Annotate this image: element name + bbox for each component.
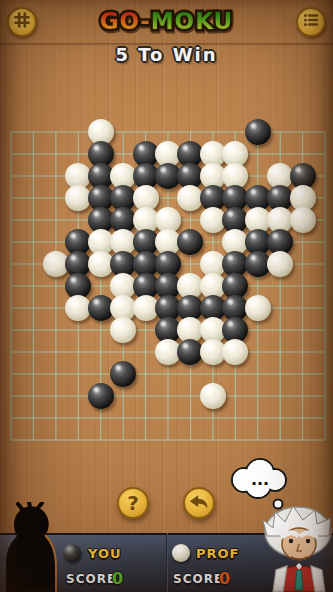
board-cell[interactable] xyxy=(22,209,44,231)
board-cell[interactable] xyxy=(0,165,22,187)
board-cell[interactable] xyxy=(179,407,201,429)
board-cell[interactable] xyxy=(112,209,134,231)
board-cell[interactable] xyxy=(179,209,201,231)
board-cell[interactable] xyxy=(202,341,224,363)
board-cell[interactable] xyxy=(45,275,67,297)
board-cell[interactable] xyxy=(112,253,134,275)
white-stone xyxy=(290,207,316,233)
board-cell[interactable] xyxy=(314,319,333,341)
board-cell[interactable] xyxy=(246,121,268,143)
board-cell[interactable] xyxy=(90,121,112,143)
player-left-score-label: SCORE xyxy=(66,572,116,586)
board-cell[interactable] xyxy=(202,121,224,143)
board-cell[interactable] xyxy=(269,275,291,297)
board-cell[interactable] xyxy=(179,253,201,275)
board-cell[interactable] xyxy=(22,143,44,165)
board-cell[interactable] xyxy=(224,341,246,363)
board-cell[interactable] xyxy=(22,407,44,429)
board-cell[interactable] xyxy=(269,121,291,143)
board-cell[interactable] xyxy=(90,253,112,275)
board-cell[interactable] xyxy=(224,231,246,253)
board-cell[interactable] xyxy=(112,275,134,297)
board-cell[interactable] xyxy=(22,319,44,341)
board-cell[interactable] xyxy=(246,143,268,165)
board-cell[interactable] xyxy=(22,165,44,187)
white-stone xyxy=(245,295,271,321)
board-cell[interactable] xyxy=(179,165,201,187)
board-cell[interactable] xyxy=(202,297,224,319)
board-cell[interactable] xyxy=(291,187,313,209)
board-cell[interactable] xyxy=(291,121,313,143)
black-stone xyxy=(88,383,114,409)
board-cell[interactable] xyxy=(246,209,268,231)
board-cell[interactable] xyxy=(45,121,67,143)
board-cell[interactable] xyxy=(157,297,179,319)
board-cell[interactable] xyxy=(246,319,268,341)
win-condition-label: 5 To Win xyxy=(0,44,333,65)
board-grid xyxy=(0,121,333,451)
board-cell[interactable] xyxy=(291,407,313,429)
board-cell[interactable] xyxy=(314,253,333,275)
board-cell[interactable] xyxy=(0,407,22,429)
white-stone xyxy=(267,251,293,277)
board-cell[interactable] xyxy=(224,319,246,341)
board-cell[interactable] xyxy=(291,319,313,341)
board-cell[interactable] xyxy=(157,429,179,451)
board-cell[interactable] xyxy=(224,187,246,209)
board-cell[interactable] xyxy=(269,297,291,319)
board-cell[interactable] xyxy=(22,253,44,275)
board-cell[interactable] xyxy=(246,429,268,451)
board-cell[interactable] xyxy=(0,231,22,253)
board-cell[interactable] xyxy=(90,341,112,363)
board-cell[interactable] xyxy=(22,385,44,407)
board-cell[interactable] xyxy=(246,341,268,363)
board-cell[interactable] xyxy=(90,165,112,187)
board-cell[interactable] xyxy=(202,429,224,451)
board-cell[interactable] xyxy=(157,319,179,341)
board-cell[interactable] xyxy=(45,297,67,319)
player-black-stone-icon xyxy=(63,544,81,562)
undo-arrow-icon xyxy=(189,491,209,515)
board-cell[interactable] xyxy=(269,143,291,165)
player-right-score-label: SCORE xyxy=(173,572,223,586)
board-cell[interactable] xyxy=(45,363,67,385)
board-cell[interactable] xyxy=(157,363,179,385)
board-cell[interactable] xyxy=(291,253,313,275)
black-stone xyxy=(177,229,203,255)
board-cell[interactable] xyxy=(67,275,89,297)
board-cell[interactable] xyxy=(269,363,291,385)
board-cell[interactable] xyxy=(112,187,134,209)
board-cell[interactable] xyxy=(67,187,89,209)
board-cell[interactable] xyxy=(90,407,112,429)
board-cell[interactable] xyxy=(291,297,313,319)
player-left-name: YOU xyxy=(88,546,122,561)
board-cell[interactable] xyxy=(291,429,313,451)
board-cell[interactable] xyxy=(224,385,246,407)
board-cell[interactable] xyxy=(269,429,291,451)
board-cell[interactable] xyxy=(157,385,179,407)
board-cell[interactable] xyxy=(0,297,22,319)
board-cell[interactable] xyxy=(269,341,291,363)
board-cell[interactable] xyxy=(269,187,291,209)
board-cell[interactable] xyxy=(67,341,89,363)
board-cell[interactable] xyxy=(202,231,224,253)
board-cell[interactable] xyxy=(157,209,179,231)
board-cell[interactable] xyxy=(0,363,22,385)
board-cell[interactable] xyxy=(291,209,313,231)
board-cell[interactable] xyxy=(67,429,89,451)
board-cell[interactable] xyxy=(246,275,268,297)
board-cell[interactable] xyxy=(67,297,89,319)
board-cell[interactable] xyxy=(134,165,156,187)
board-cell[interactable] xyxy=(291,231,313,253)
board-cell[interactable] xyxy=(291,275,313,297)
board-cell[interactable] xyxy=(112,363,134,385)
board-cell[interactable] xyxy=(0,121,22,143)
board-cell[interactable] xyxy=(314,143,333,165)
board-cell[interactable] xyxy=(134,143,156,165)
white-stone xyxy=(222,339,248,365)
board-cell[interactable] xyxy=(246,407,268,429)
board-cell[interactable] xyxy=(112,407,134,429)
board-cell[interactable] xyxy=(90,363,112,385)
board-cell[interactable] xyxy=(67,253,89,275)
board-cell[interactable] xyxy=(90,143,112,165)
board-cell[interactable] xyxy=(202,319,224,341)
board-cell[interactable] xyxy=(45,165,67,187)
board-cell[interactable] xyxy=(45,209,67,231)
board-cell[interactable] xyxy=(112,319,134,341)
board-cell[interactable] xyxy=(269,165,291,187)
board-cell[interactable] xyxy=(179,143,201,165)
board-cell[interactable] xyxy=(67,209,89,231)
board-cell[interactable] xyxy=(45,187,67,209)
board-cell[interactable] xyxy=(0,385,22,407)
board-cell[interactable] xyxy=(314,407,333,429)
board-cell[interactable] xyxy=(314,297,333,319)
board-cell[interactable] xyxy=(314,209,333,231)
board-cell[interactable] xyxy=(202,385,224,407)
board-cell[interactable] xyxy=(0,143,22,165)
board-cell[interactable] xyxy=(224,165,246,187)
board-cell[interactable] xyxy=(202,187,224,209)
board-cell[interactable] xyxy=(224,363,246,385)
board-cell[interactable] xyxy=(22,187,44,209)
board-cell[interactable] xyxy=(246,363,268,385)
board-cell[interactable] xyxy=(202,143,224,165)
board-cell[interactable] xyxy=(134,385,156,407)
white-stone xyxy=(200,383,226,409)
board-cell[interactable] xyxy=(22,363,44,385)
board-cell[interactable] xyxy=(224,275,246,297)
board-cell[interactable] xyxy=(112,297,134,319)
board-cell[interactable] xyxy=(179,231,201,253)
player-left-score-value: 0 xyxy=(112,569,123,588)
board-cell[interactable] xyxy=(314,275,333,297)
board-cell[interactable] xyxy=(246,165,268,187)
board-cell[interactable] xyxy=(67,319,89,341)
board-cell[interactable] xyxy=(314,121,333,143)
board-cell[interactable] xyxy=(67,143,89,165)
board-cell[interactable] xyxy=(45,407,67,429)
board-cell[interactable] xyxy=(179,121,201,143)
board-cell[interactable] xyxy=(90,297,112,319)
board-cell[interactable] xyxy=(45,231,67,253)
board-cell[interactable] xyxy=(22,297,44,319)
board-cell[interactable] xyxy=(314,363,333,385)
board-cell[interactable] xyxy=(134,407,156,429)
question-icon: ? xyxy=(127,491,139,515)
board-cell[interactable] xyxy=(0,209,22,231)
board-cell[interactable] xyxy=(157,121,179,143)
board-cell[interactable] xyxy=(22,231,44,253)
board-cell[interactable] xyxy=(179,429,201,451)
board-cell[interactable] xyxy=(67,231,89,253)
board-cell[interactable] xyxy=(202,363,224,385)
board-cell[interactable] xyxy=(224,429,246,451)
board-cell[interactable] xyxy=(179,275,201,297)
board-cell[interactable] xyxy=(67,363,89,385)
board-cell[interactable] xyxy=(157,275,179,297)
board-cell[interactable] xyxy=(224,407,246,429)
board-cell[interactable] xyxy=(22,429,44,451)
board-cell[interactable] xyxy=(224,121,246,143)
white-stone xyxy=(110,317,136,343)
board-cell[interactable] xyxy=(179,319,201,341)
board-cell[interactable] xyxy=(90,319,112,341)
board-cell[interactable] xyxy=(90,231,112,253)
board-cell[interactable] xyxy=(179,363,201,385)
board-cell[interactable] xyxy=(157,165,179,187)
board-cell[interactable] xyxy=(112,165,134,187)
panel-divider xyxy=(166,533,168,592)
board-cell[interactable] xyxy=(246,231,268,253)
board-cell[interactable] xyxy=(291,165,313,187)
app-title: GOGO--MOKUMOKU xyxy=(0,6,333,36)
board-cell[interactable] xyxy=(134,121,156,143)
board-cell[interactable] xyxy=(179,297,201,319)
board-cell[interactable] xyxy=(22,341,44,363)
board-cell[interactable] xyxy=(134,363,156,385)
board-cell[interactable] xyxy=(134,341,156,363)
board-cell[interactable] xyxy=(202,407,224,429)
black-stone xyxy=(110,361,136,387)
board-cell[interactable] xyxy=(291,363,313,385)
board-cell[interactable] xyxy=(22,275,44,297)
board-cell[interactable] xyxy=(202,275,224,297)
board-cell[interactable] xyxy=(269,209,291,231)
board-cell[interactable] xyxy=(224,209,246,231)
board-cell[interactable] xyxy=(0,341,22,363)
board-cell[interactable] xyxy=(134,209,156,231)
board-cell[interactable] xyxy=(246,297,268,319)
board-cell[interactable] xyxy=(134,429,156,451)
board-cell[interactable] xyxy=(0,275,22,297)
board-cell[interactable] xyxy=(202,209,224,231)
board-cell[interactable] xyxy=(291,385,313,407)
board-cell[interactable] xyxy=(314,429,333,451)
board-cell[interactable] xyxy=(45,319,67,341)
board-cell[interactable] xyxy=(179,187,201,209)
board-cell[interactable] xyxy=(269,319,291,341)
board-cell[interactable] xyxy=(45,429,67,451)
board-cell[interactable] xyxy=(314,231,333,253)
board-cell[interactable] xyxy=(269,385,291,407)
board-cell[interactable] xyxy=(269,253,291,275)
player-right-name: PROF xyxy=(196,546,239,561)
board-cell[interactable] xyxy=(179,341,201,363)
board-cell[interactable] xyxy=(157,143,179,165)
board-cell[interactable] xyxy=(90,187,112,209)
board-cell[interactable] xyxy=(134,319,156,341)
board-cell[interactable] xyxy=(246,187,268,209)
board-cell[interactable] xyxy=(112,429,134,451)
board-cell[interactable] xyxy=(224,143,246,165)
board-cell[interactable] xyxy=(179,385,201,407)
board-cell[interactable] xyxy=(314,341,333,363)
board-cell[interactable] xyxy=(291,143,313,165)
board-cell[interactable] xyxy=(45,385,67,407)
player-right-score-value: 0 xyxy=(219,569,230,588)
board-cell[interactable] xyxy=(67,165,89,187)
board-cell[interactable] xyxy=(134,231,156,253)
help-button[interactable]: ? xyxy=(117,487,149,519)
board-cell[interactable] xyxy=(22,121,44,143)
board-cell[interactable] xyxy=(45,253,67,275)
board-cell[interactable] xyxy=(0,253,22,275)
board-cell[interactable] xyxy=(45,341,67,363)
board-cell[interactable] xyxy=(112,143,134,165)
board-cell[interactable] xyxy=(134,253,156,275)
board-cell[interactable] xyxy=(67,385,89,407)
board-cell[interactable] xyxy=(90,385,112,407)
board-cell[interactable] xyxy=(157,187,179,209)
board-cell[interactable] xyxy=(269,231,291,253)
board-cell[interactable] xyxy=(314,165,333,187)
board-cell[interactable] xyxy=(90,429,112,451)
board-cell[interactable] xyxy=(67,121,89,143)
board-cell[interactable] xyxy=(134,297,156,319)
board-cell[interactable] xyxy=(202,253,224,275)
board-cell[interactable] xyxy=(134,187,156,209)
board-cell[interactable] xyxy=(90,275,112,297)
board-cell[interactable] xyxy=(224,253,246,275)
board-cell[interactable] xyxy=(90,209,112,231)
board-cell[interactable] xyxy=(45,143,67,165)
board-cell[interactable] xyxy=(0,319,22,341)
player-white-stone-icon xyxy=(172,544,190,562)
board-cell[interactable] xyxy=(157,253,179,275)
board-cell[interactable] xyxy=(224,297,246,319)
board-cell[interactable] xyxy=(157,407,179,429)
board-cell[interactable] xyxy=(246,253,268,275)
board-cell[interactable] xyxy=(291,341,313,363)
board-cell[interactable] xyxy=(134,275,156,297)
board-cell[interactable] xyxy=(314,187,333,209)
board-cell[interactable] xyxy=(202,165,224,187)
board-cell[interactable] xyxy=(157,341,179,363)
undo-button[interactable] xyxy=(183,487,215,519)
board-cell[interactable] xyxy=(246,385,268,407)
board-cell[interactable] xyxy=(112,231,134,253)
board-cell[interactable] xyxy=(112,121,134,143)
black-stone xyxy=(245,119,271,145)
board-cell[interactable] xyxy=(157,231,179,253)
board-cell[interactable] xyxy=(112,341,134,363)
board-cell[interactable] xyxy=(67,407,89,429)
board-cell[interactable] xyxy=(112,385,134,407)
board-cell[interactable] xyxy=(0,187,22,209)
board-cell[interactable] xyxy=(269,407,291,429)
board-cell[interactable] xyxy=(0,429,22,451)
board-cell[interactable] xyxy=(314,385,333,407)
